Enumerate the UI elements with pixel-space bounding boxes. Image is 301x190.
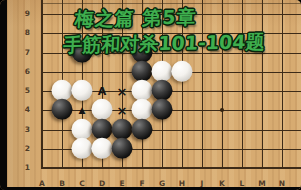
point-B4[interactable] [52, 101, 72, 120]
title-overlay: 梅之篇 第5章 手筋和对杀101-104题 [63, 3, 267, 59]
point-K1[interactable] [212, 158, 232, 177]
point-G3[interactable] [152, 120, 172, 139]
point-G6[interactable] [152, 62, 172, 81]
point-F6[interactable] [132, 62, 152, 81]
point-C1[interactable] [72, 158, 92, 177]
video-frame: A×▲× 987654321ABCDEFGHJKLMN 梅之篇 第5章 手筋和对… [0, 0, 301, 190]
row-label-9: 9 [14, 9, 30, 18]
point-J3[interactable] [192, 120, 212, 139]
point-J2[interactable] [192, 139, 212, 158]
point-G2[interactable] [152, 139, 172, 158]
point-N2[interactable] [272, 139, 292, 158]
black-stone-G4[interactable] [152, 99, 173, 120]
point-L2[interactable] [232, 139, 252, 158]
point-N4[interactable] [272, 101, 292, 120]
marker-x-E5: × [117, 85, 128, 98]
white-stone-B5[interactable] [52, 80, 73, 101]
white-stone-H6[interactable] [172, 61, 193, 82]
point-A3[interactable] [32, 120, 52, 139]
point-L4[interactable] [232, 101, 252, 120]
row-label-4: 4 [14, 105, 30, 114]
point-J6[interactable] [192, 62, 212, 81]
point-D2[interactable] [92, 139, 112, 158]
point-L6[interactable] [232, 62, 252, 81]
point-K6[interactable] [212, 62, 232, 81]
point-F1[interactable] [132, 158, 152, 177]
point-K5[interactable] [212, 81, 232, 100]
row-label-6: 6 [14, 67, 30, 76]
row-label-5: 5 [14, 86, 30, 95]
point-F2[interactable] [132, 139, 152, 158]
white-stone-D2[interactable] [92, 138, 113, 159]
point-B1[interactable] [52, 158, 72, 177]
point-L5[interactable] [232, 81, 252, 100]
point-H4[interactable] [172, 101, 192, 120]
point-J4[interactable] [192, 101, 212, 120]
point-E5[interactable]: × [112, 81, 132, 100]
point-K3[interactable] [212, 120, 232, 139]
point-N8[interactable] [272, 24, 292, 43]
point-K4[interactable] [212, 101, 232, 120]
black-stone-E2[interactable] [112, 138, 133, 159]
point-D3[interactable] [92, 120, 112, 139]
point-N7[interactable] [272, 43, 292, 62]
marker-label-D5: A [98, 86, 107, 97]
point-D1[interactable] [92, 158, 112, 177]
point-C4[interactable]: ▲ [72, 101, 92, 120]
point-D5[interactable]: A [92, 81, 112, 100]
point-C5[interactable] [72, 81, 92, 100]
point-N1[interactable] [272, 158, 292, 177]
black-stone-B4[interactable] [52, 99, 73, 120]
point-B3[interactable] [52, 120, 72, 139]
point-A4[interactable] [32, 101, 52, 120]
point-F4[interactable] [132, 101, 152, 120]
point-M5[interactable] [252, 81, 272, 100]
point-D4[interactable] [92, 101, 112, 120]
title-line-1: 梅之篇 第5章 [74, 3, 267, 32]
point-N9[interactable] [272, 4, 292, 23]
point-C2[interactable] [72, 139, 92, 158]
black-stone-F6[interactable] [132, 61, 153, 82]
point-H6[interactable] [172, 62, 192, 81]
black-stone-F3[interactable] [132, 118, 153, 139]
point-H3[interactable] [172, 120, 192, 139]
point-E2[interactable] [112, 139, 132, 158]
point-E4[interactable]: × [112, 101, 132, 120]
white-stone-F4[interactable] [132, 99, 153, 120]
point-G5[interactable] [152, 81, 172, 100]
point-A2[interactable] [32, 139, 52, 158]
point-F5[interactable] [132, 81, 152, 100]
point-A8[interactable] [32, 24, 52, 43]
point-M4[interactable] [252, 101, 272, 120]
point-C3[interactable] [72, 120, 92, 139]
black-stone-E3[interactable] [112, 118, 133, 139]
point-A5[interactable] [32, 81, 52, 100]
point-M2[interactable] [252, 139, 272, 158]
point-E1[interactable] [112, 158, 132, 177]
point-M3[interactable] [252, 120, 272, 139]
point-A7[interactable] [32, 43, 52, 62]
point-E6[interactable] [112, 62, 132, 81]
point-H5[interactable] [172, 81, 192, 100]
point-C6[interactable] [72, 62, 92, 81]
point-D6[interactable] [92, 62, 112, 81]
point-L1[interactable] [232, 158, 252, 177]
bottom-black-bar [0, 187, 301, 190]
white-stone-D4[interactable] [92, 99, 113, 120]
point-M1[interactable] [252, 158, 272, 177]
point-H2[interactable] [172, 139, 192, 158]
row-label-1: 1 [14, 163, 30, 172]
point-A1[interactable] [32, 158, 52, 177]
marker-x-E4: × [117, 104, 128, 117]
black-stone-G5[interactable] [152, 80, 173, 101]
point-B5[interactable] [52, 81, 72, 100]
point-F3[interactable] [132, 120, 152, 139]
left-black-bar [0, 0, 7, 190]
row-label-2: 2 [14, 144, 30, 153]
point-A6[interactable] [32, 62, 52, 81]
white-stone-C2[interactable] [72, 138, 93, 159]
white-stone-C3[interactable] [72, 118, 93, 139]
white-stone-G6[interactable] [152, 61, 173, 82]
point-N6[interactable] [272, 62, 292, 81]
row-label-8: 8 [14, 28, 30, 37]
row-label-3: 3 [14, 125, 30, 134]
black-stone-D3[interactable] [92, 118, 113, 139]
point-N3[interactable] [272, 120, 292, 139]
point-M6[interactable] [252, 62, 272, 81]
white-stone-F5[interactable] [132, 80, 153, 101]
point-J5[interactable] [192, 81, 212, 100]
point-N5[interactable] [272, 81, 292, 100]
point-A9[interactable] [32, 4, 52, 23]
point-E3[interactable] [112, 120, 132, 139]
title-line-2: 手筋和对杀101-104题 [63, 29, 266, 59]
white-stone-C5[interactable] [72, 80, 93, 101]
point-J1[interactable] [192, 158, 212, 177]
point-B2[interactable] [52, 139, 72, 158]
point-H1[interactable] [172, 158, 192, 177]
point-L3[interactable] [232, 120, 252, 139]
point-G1[interactable] [152, 158, 172, 177]
point-B6[interactable] [52, 62, 72, 81]
point-G4[interactable] [152, 101, 172, 120]
point-K2[interactable] [212, 139, 232, 158]
row-label-7: 7 [14, 48, 30, 57]
marker-triangle-C4: ▲ [79, 106, 86, 115]
